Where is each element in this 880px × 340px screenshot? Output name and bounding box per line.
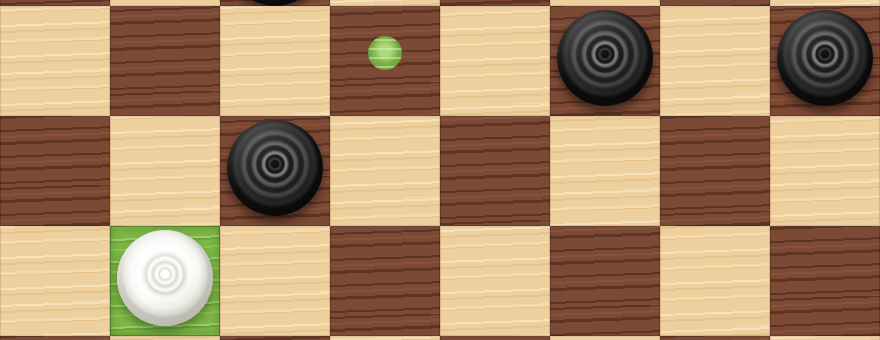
square-r3-c3[interactable]: [330, 226, 440, 336]
square-r1-c2[interactable]: [220, 6, 330, 116]
square-r4-c0[interactable]: [0, 336, 110, 340]
square-r3-c6[interactable]: [660, 226, 770, 336]
square-r2-c2[interactable]: [220, 116, 330, 226]
square-r2-c0[interactable]: [0, 116, 110, 226]
square-r2-c3[interactable]: [330, 116, 440, 226]
square-r1-c6[interactable]: [660, 6, 770, 116]
square-r3-c2[interactable]: [220, 226, 330, 336]
square-r1-c7[interactable]: [770, 6, 880, 116]
square-r4-c3[interactable]: [330, 336, 440, 340]
black-piece[interactable]: [557, 10, 653, 106]
square-r4-c5[interactable]: [550, 336, 660, 340]
square-r1-c0[interactable]: [0, 6, 110, 116]
checkers-board: [0, 0, 880, 340]
square-r1-c5[interactable]: [550, 6, 660, 116]
square-r3-c0[interactable]: [0, 226, 110, 336]
square-r4-c6[interactable]: [660, 336, 770, 340]
square-r2-c1[interactable]: [110, 116, 220, 226]
square-r2-c4[interactable]: [440, 116, 550, 226]
square-r2-c6[interactable]: [660, 116, 770, 226]
square-r3-c4[interactable]: [440, 226, 550, 336]
black-piece[interactable]: [777, 10, 873, 106]
square-r1-c1[interactable]: [110, 6, 220, 116]
square-r3-c5[interactable]: [550, 226, 660, 336]
white-piece-selected[interactable]: [117, 230, 213, 326]
square-r2-c5[interactable]: [550, 116, 660, 226]
square-r4-c1[interactable]: [110, 336, 220, 340]
square-r2-c7[interactable]: [770, 116, 880, 226]
square-r3-c1-selected[interactable]: [110, 226, 220, 336]
move-target-dot[interactable]: [368, 36, 402, 70]
square-r4-c2[interactable]: [220, 336, 330, 340]
square-r1-c3[interactable]: [330, 6, 440, 116]
square-r1-c4[interactable]: [440, 6, 550, 116]
square-r4-c4[interactable]: [440, 336, 550, 340]
square-r4-c7[interactable]: [770, 336, 880, 340]
square-r3-c7[interactable]: [770, 226, 880, 336]
checkers-board-viewport: [0, 0, 880, 340]
black-piece[interactable]: [227, 120, 323, 216]
